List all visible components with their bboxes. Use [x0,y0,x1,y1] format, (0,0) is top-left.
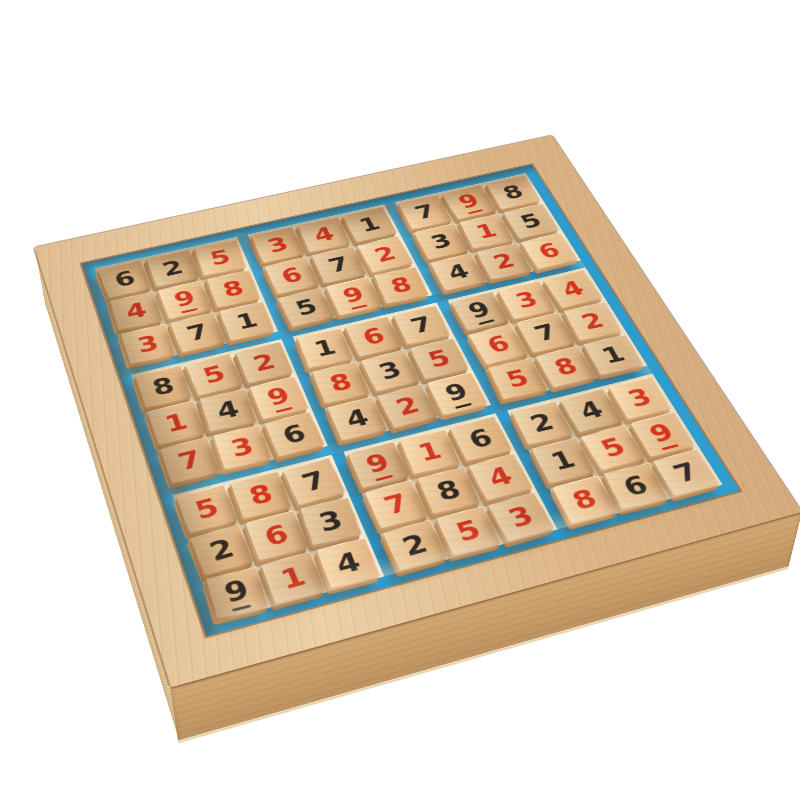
tile-digit: 2 [399,530,432,560]
nine-underline [232,605,252,612]
tile-digit: 4 [558,278,588,301]
sudoku-board: 6253417984986723153715984268521679341498… [35,135,800,687]
tile-digit: 8 [387,274,414,296]
tile-digit: 8 [246,481,276,509]
tile-r9-c4[interactable]: 2 [382,519,449,570]
tile-digit: 6 [465,425,497,452]
tile-r7-c9[interactable]: 3 [609,376,672,419]
tile-digit: 3 [316,507,347,536]
tile-digit: 2 [490,251,518,273]
box-separator-horizontal-2 [169,366,652,495]
tile-r5-c1[interactable]: 1 [147,400,206,445]
tile-digit: 5 [503,366,533,391]
tile-r9-c7[interactable]: 8 [552,475,618,524]
tile-r7-c4[interactable]: 9 [347,441,410,488]
tile-digit: 2 [206,535,238,565]
tile-digit: 7 [184,321,212,345]
tile-digit: 7 [669,459,703,487]
tile-digit: 2 [392,393,423,419]
tile-digit: 5 [208,247,233,269]
tile-r7-c8[interactable]: 4 [560,388,624,433]
tile-digit: 4 [332,548,364,578]
tile-digit: 9 [221,575,252,606]
tile-digit: 5 [192,494,223,523]
tile-r1-c5[interactable]: 4 [298,217,352,253]
tile-digit: 4 [444,261,473,283]
tile-digit: 7 [408,313,437,336]
tile-r5-c4[interactable]: 8 [312,361,371,403]
tile-digit: 1 [598,343,629,367]
tile-digit: 7 [298,467,330,495]
scene: 6253417984986723153715984268521679341498… [0,0,800,800]
nine-underline [375,475,393,482]
tile-digit: 9 [362,449,393,477]
tile-digit: 6 [619,472,652,500]
tile-r8-c9[interactable]: 9 [630,412,695,457]
nine-underline [662,444,679,450]
tile-digit: 8 [150,374,178,399]
tile-digit: 1 [415,438,445,465]
tile-digit: 3 [504,502,538,531]
tile-r8-c1[interactable]: 2 [190,524,255,576]
nine-underline [455,403,472,409]
tile-digit: 4 [214,397,242,423]
tile-r9-c3[interactable]: 4 [316,537,381,588]
tile-digit: 4 [311,224,337,245]
tile-digit: 9 [464,298,494,321]
tile-r8-c7[interactable]: 1 [531,437,595,483]
nine-underline [275,407,293,413]
tile-digit: 5 [596,434,629,461]
tile-r8-c2[interactable]: 6 [245,510,309,560]
tile-digit: 9 [264,383,293,409]
tile-digit: 7 [175,447,205,475]
tile-r7-c5[interactable]: 1 [399,429,461,474]
tile-r5-c3[interactable]: 9 [250,376,310,420]
board-frame: 6253417984986723153715984268521679341498… [35,135,800,687]
tile-r9-c2[interactable]: 1 [261,551,327,604]
tile-r8-c4[interactable]: 7 [364,480,429,529]
tile-r1-c3[interactable]: 5 [194,239,247,275]
tile-digit: 9 [645,420,678,447]
tile-r9-c8[interactable]: 6 [603,462,669,509]
tile-digit: 2 [160,257,186,279]
tile-digit: 6 [483,332,514,356]
tile-digit: 2 [250,350,278,375]
tile-r9-c5[interactable]: 5 [436,506,502,556]
tile-digit: 5 [200,362,229,387]
tile-r5-c5[interactable]: 3 [361,349,421,392]
tile-digit: 8 [433,477,464,505]
tile-digit: 5 [517,211,545,232]
tile-digit: 4 [342,406,372,432]
tiles-layer: 6253417984986723153715984268521679341498… [95,173,526,268]
tile-digit: 1 [233,310,260,333]
tile-r6-c6[interactable]: 9 [427,372,488,415]
tile-digit: 8 [220,278,246,301]
tile-digit: 4 [575,397,607,423]
tile-r9-c6[interactable]: 3 [488,492,555,542]
tile-digit: 1 [473,221,500,242]
tile-r9-c9[interactable]: 7 [653,449,720,496]
tile-r2-c1[interactable]: 4 [110,291,164,330]
tile-r7-c7[interactable]: 2 [511,401,574,445]
tile-digit: 9 [171,287,198,310]
tile-digit: 9 [339,283,367,306]
tile-r9-c1[interactable]: 9 [206,567,270,619]
tile-digit: 1 [547,447,579,474]
tile-digit: 4 [123,300,149,323]
tile-r7-c2[interactable]: 8 [230,471,292,519]
tile-r8-c3[interactable]: 3 [300,497,363,546]
tile-digit: 9 [441,379,471,404]
tile-digit: 2 [578,310,608,333]
tile-digit: 9 [455,191,483,212]
tile-digit: 3 [265,234,292,256]
tile-r8-c8[interactable]: 5 [581,424,647,471]
tile-digit: 3 [135,332,161,356]
tile-digit: 3 [228,434,257,461]
tile-digit: 5 [452,516,485,545]
tile-digit: 8 [568,486,601,515]
playfield: 6253417984986723153715984268521679341498… [95,173,723,622]
tile-r8-c5[interactable]: 8 [417,467,481,514]
tile-r6-c4[interactable]: 4 [327,396,388,440]
tile-r6-c2[interactable]: 3 [213,424,273,469]
tile-digit: 6 [112,268,139,291]
tile-digit: 2 [527,410,558,436]
tile-digit: 6 [261,521,292,551]
tile-r7-c3[interactable]: 7 [283,457,347,505]
tile-digit: 1 [162,410,191,436]
tile-digit: 5 [425,347,454,371]
tile-digit: 8 [326,370,355,395]
tile-digit: 7 [325,254,352,276]
tile-digit: 4 [484,463,517,491]
tile-r7-c1[interactable]: 5 [176,484,239,534]
tile-digit: 8 [500,182,528,202]
tile-r6-c3[interactable]: 6 [264,411,326,457]
tile-digit: 6 [278,264,306,286]
tile-digit: 2 [371,243,399,265]
tile-r6-c5[interactable]: 2 [377,384,439,429]
tile-digit: 3 [512,289,541,312]
tile-r8-c6[interactable]: 4 [468,453,533,501]
tile-r5-c2[interactable]: 4 [200,388,258,431]
tile-digit: 6 [535,240,564,262]
tile-digit: 6 [359,325,388,349]
tile-digit: 1 [356,214,383,235]
tile-r4-c4[interactable]: 1 [297,328,354,368]
tile-digit: 7 [412,202,439,223]
tile-r6-c1[interactable]: 7 [160,437,221,484]
tile-digit: 3 [624,385,656,411]
tile-digit: 6 [279,421,309,448]
tile-digit: 7 [380,490,412,519]
tile-r4-c1[interactable]: 8 [135,365,192,408]
tile-r2-c5[interactable]: 7 [312,246,367,283]
tile-digit: 3 [375,358,405,383]
tile-digit: 3 [428,231,456,252]
tile-digit: 7 [531,321,561,345]
tile-digit: 8 [550,354,581,379]
tile-digit: 5 [292,296,321,319]
tile-digit: 1 [277,563,309,594]
tile-r7-c6[interactable]: 6 [449,416,512,462]
tile-digit: 1 [311,336,339,360]
